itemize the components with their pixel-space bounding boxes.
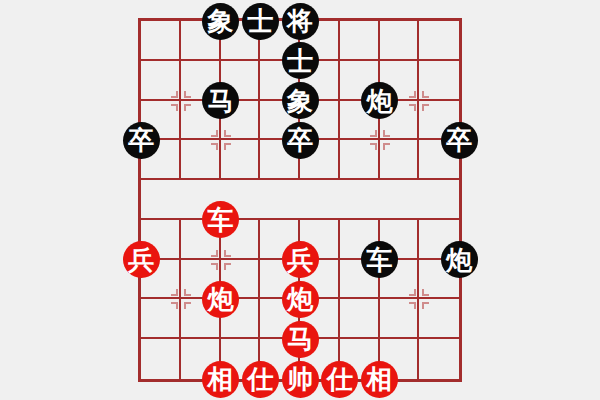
piece-black-general[interactable]: 将	[282, 3, 319, 40]
pieces-layer: 象士将士马象炮卒卒卒车兵兵车炮炮炮马相仕帅仕相	[141, 21, 459, 379]
piece-red-elephant[interactable]: 相	[202, 361, 239, 398]
piece-red-chariot[interactable]: 车	[202, 201, 239, 238]
piece-black-cannon[interactable]: 炮	[361, 82, 398, 119]
piece-red-soldier[interactable]: 兵	[123, 241, 160, 278]
piece-black-elephant[interactable]: 象	[202, 3, 239, 40]
piece-red-cannon[interactable]: 炮	[282, 281, 319, 318]
piece-red-elephant[interactable]: 相	[361, 361, 398, 398]
piece-black-cannon[interactable]: 炮	[441, 241, 478, 278]
piece-black-soldier[interactable]: 卒	[123, 122, 160, 159]
piece-red-general[interactable]: 帅	[282, 361, 319, 398]
piece-black-advisor[interactable]: 士	[242, 3, 279, 40]
xiangqi-app-canvas: 象士将士马象炮卒卒卒车兵兵车炮炮炮马相仕帅仕相	[0, 0, 600, 400]
piece-black-advisor[interactable]: 士	[282, 42, 319, 79]
piece-red-advisor[interactable]: 仕	[321, 361, 358, 398]
piece-black-chariot[interactable]: 车	[361, 241, 398, 278]
piece-red-cannon[interactable]: 炮	[202, 281, 239, 318]
piece-red-advisor[interactable]: 仕	[242, 361, 279, 398]
piece-red-horse[interactable]: 马	[282, 321, 319, 358]
piece-black-elephant[interactable]: 象	[282, 82, 319, 119]
piece-black-soldier[interactable]: 卒	[282, 122, 319, 159]
piece-red-soldier[interactable]: 兵	[282, 241, 319, 278]
piece-black-soldier[interactable]: 卒	[441, 122, 478, 159]
piece-black-horse[interactable]: 马	[202, 82, 239, 119]
